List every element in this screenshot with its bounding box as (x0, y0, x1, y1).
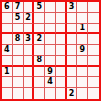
cell-r3c6[interactable] (56, 24, 67, 35)
cell-r2c4[interactable] (34, 13, 45, 24)
cell-r3c2[interactable] (13, 24, 24, 35)
cell-r7c7[interactable] (67, 67, 78, 78)
cell-r6c8[interactable] (77, 56, 88, 67)
cell-r9c3[interactable] (24, 88, 35, 99)
cell-r6c7[interactable] (67, 56, 78, 67)
cell-r6c6[interactable] (56, 56, 67, 67)
cell-r2c6[interactable] (56, 13, 67, 24)
cell-r8c6[interactable] (56, 77, 67, 88)
cell-r9c4[interactable] (34, 88, 45, 99)
cell-r2c9[interactable] (88, 13, 99, 24)
cell-r9c6[interactable] (56, 88, 67, 99)
cell-r4c2: 8 (13, 34, 24, 45)
cell-r6c5[interactable] (45, 56, 56, 67)
cell-r5c8: 9 (77, 45, 88, 56)
cell-r6c9[interactable] (88, 56, 99, 67)
cell-r7c9[interactable] (88, 67, 99, 78)
cell-r8c4[interactable] (34, 77, 45, 88)
cell-r1c7: 3 (67, 2, 78, 13)
cell-r2c2: 5 (13, 13, 24, 24)
cell-r5c5[interactable] (45, 45, 56, 56)
cell-r7c8[interactable] (77, 67, 88, 78)
cell-r4c9[interactable] (88, 34, 99, 45)
cell-r2c8[interactable] (77, 13, 88, 24)
cell-r7c1: 1 (2, 67, 13, 78)
cell-r7c6[interactable] (56, 67, 67, 78)
cell-r1c6[interactable] (56, 2, 67, 13)
cell-r1c8[interactable] (77, 2, 88, 13)
cell-r1c2: 7 (13, 2, 24, 13)
cell-r3c7[interactable] (67, 24, 78, 35)
cell-r6c4: 8 (34, 56, 45, 67)
cell-r8c9[interactable] (88, 77, 99, 88)
cell-r8c2[interactable] (13, 77, 24, 88)
cell-r2c7[interactable] (67, 13, 78, 24)
cell-r6c1[interactable] (2, 56, 13, 67)
cell-r2c3: 2 (24, 13, 35, 24)
cell-r5c2[interactable] (13, 45, 24, 56)
cell-r8c1[interactable] (2, 77, 13, 88)
cell-r3c4[interactable] (34, 24, 45, 35)
cell-r4c5[interactable] (45, 34, 56, 45)
cell-r1c3[interactable] (24, 2, 35, 13)
cell-r9c8[interactable] (77, 88, 88, 99)
cell-r5c1: 4 (2, 45, 13, 56)
cell-r3c5[interactable] (45, 24, 56, 35)
cell-r2c1[interactable] (2, 13, 13, 24)
cell-r4c3: 3 (24, 34, 35, 45)
cell-r5c7[interactable] (67, 45, 78, 56)
cell-r9c5[interactable] (45, 88, 56, 99)
cell-r5c9[interactable] (88, 45, 99, 56)
cell-r3c8: 1 (77, 24, 88, 35)
cell-r7c5: 9 (45, 67, 56, 78)
cell-r7c3[interactable] (24, 67, 35, 78)
cell-r4c7[interactable] (67, 34, 78, 45)
cell-r5c6[interactable] (56, 45, 67, 56)
cell-r9c7: 2 (67, 88, 78, 99)
cell-r7c2[interactable] (13, 67, 24, 78)
cell-r5c3[interactable] (24, 45, 35, 56)
cell-r8c7[interactable] (67, 77, 78, 88)
cell-r5c4[interactable] (34, 45, 45, 56)
cell-r3c9[interactable] (88, 24, 99, 35)
cell-r9c1[interactable] (2, 88, 13, 99)
cell-r4c8[interactable] (77, 34, 88, 45)
cell-r4c6[interactable] (56, 34, 67, 45)
cell-r1c5[interactable] (45, 2, 56, 13)
cell-r3c3[interactable] (24, 24, 35, 35)
cell-r2c5[interactable] (45, 13, 56, 24)
cell-r6c3[interactable] (24, 56, 35, 67)
cell-r9c2[interactable] (13, 88, 24, 99)
cell-r7c4[interactable] (34, 67, 45, 78)
cell-r1c4: 5 (34, 2, 45, 13)
cell-r8c5: 4 (45, 77, 56, 88)
cell-r8c3[interactable] (24, 77, 35, 88)
cell-r9c9[interactable] (88, 88, 99, 99)
sudoku-board: 67535218324981942 (0, 0, 101, 101)
cell-r6c2[interactable] (13, 56, 24, 67)
cell-r8c8[interactable] (77, 77, 88, 88)
cell-r1c1: 6 (2, 2, 13, 13)
cell-r4c1[interactable] (2, 34, 13, 45)
cell-r3c1[interactable] (2, 24, 13, 35)
cell-r1c9[interactable] (88, 2, 99, 13)
cell-r4c4: 2 (34, 34, 45, 45)
